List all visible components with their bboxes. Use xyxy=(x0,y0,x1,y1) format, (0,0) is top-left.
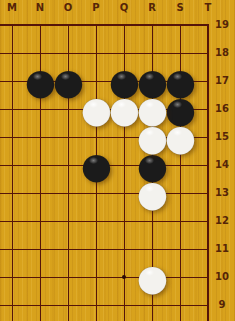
row-label: 16 xyxy=(211,102,233,116)
grid-line-horizontal xyxy=(0,24,209,26)
white-stone-glyph: ● xyxy=(137,124,168,151)
column-label: S xyxy=(172,1,188,14)
row-label: 9 xyxy=(211,298,233,312)
white-stone-glyph: ● xyxy=(81,96,112,123)
grid-line-horizontal xyxy=(0,277,209,278)
stone-black-N17[interactable]: ● xyxy=(27,68,54,95)
black-stone-glyph: ● xyxy=(25,68,56,95)
row-label: 19 xyxy=(211,18,233,32)
row-label: 14 xyxy=(211,158,233,172)
stone-black-P14[interactable]: ● xyxy=(83,152,110,179)
row-label: 10 xyxy=(211,270,233,284)
column-label: M xyxy=(4,1,20,14)
black-stone-glyph: ● xyxy=(81,152,112,179)
column-label: R xyxy=(144,1,160,14)
grid-line-horizontal xyxy=(0,53,209,54)
stone-white-R10[interactable]: ● xyxy=(139,264,166,291)
grid-line-horizontal xyxy=(0,193,209,194)
row-label: 18 xyxy=(211,46,233,60)
stone-black-O17[interactable]: ● xyxy=(55,68,82,95)
column-label: T xyxy=(200,1,216,14)
black-stone-glyph: ● xyxy=(53,68,84,95)
white-stone-glyph: ● xyxy=(137,180,168,207)
stone-white-Q16[interactable]: ● xyxy=(111,96,138,123)
go-board[interactable]: MNOPQRST 191817161514131211109 ●●●●●●●●●… xyxy=(0,0,235,321)
column-label: O xyxy=(60,1,76,14)
column-label: Q xyxy=(116,1,132,14)
grid-line-horizontal xyxy=(0,305,209,306)
grid-line-horizontal xyxy=(0,221,209,222)
row-label: 15 xyxy=(211,130,233,144)
white-stone-glyph: ● xyxy=(109,96,140,123)
white-stone-glyph: ● xyxy=(137,264,168,291)
row-label: 13 xyxy=(211,186,233,200)
stone-white-S15[interactable]: ● xyxy=(167,124,194,151)
stone-white-P16[interactable]: ● xyxy=(83,96,110,123)
column-label: N xyxy=(32,1,48,14)
star-point xyxy=(122,275,126,279)
row-label: 11 xyxy=(211,242,233,256)
column-label: P xyxy=(88,1,104,14)
grid-line-horizontal xyxy=(0,249,209,250)
stone-white-R15[interactable]: ● xyxy=(139,124,166,151)
white-stone-glyph: ● xyxy=(165,124,196,151)
row-label: 17 xyxy=(211,74,233,88)
stone-white-R13[interactable]: ● xyxy=(139,180,166,207)
row-label: 12 xyxy=(211,214,233,228)
